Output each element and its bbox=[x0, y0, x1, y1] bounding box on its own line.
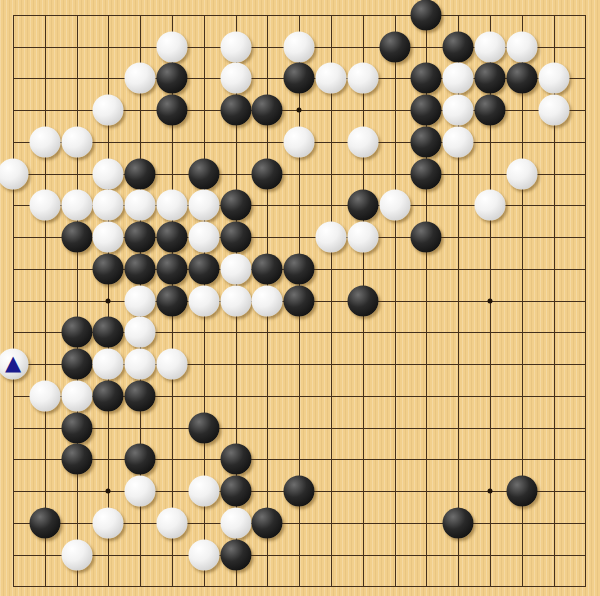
white-stone-glyph: ○ bbox=[191, 190, 217, 220]
white-stone-glyph: ○ bbox=[350, 127, 376, 157]
white-stone[interactable]: ○ bbox=[538, 95, 569, 126]
black-stone[interactable]: ● bbox=[220, 539, 251, 570]
white-stone-glyph: ○ bbox=[32, 381, 58, 411]
black-stone-glyph: ● bbox=[477, 95, 503, 125]
white-stone[interactable]: ○ bbox=[443, 63, 474, 94]
white-stone-glyph: ○ bbox=[286, 127, 312, 157]
white-stone[interactable]: ○ bbox=[220, 285, 251, 316]
black-stone[interactable]: ● bbox=[220, 95, 251, 126]
white-stone-glyph: ○ bbox=[32, 127, 58, 157]
black-stone-glyph: ● bbox=[32, 508, 58, 538]
black-stone-glyph: ● bbox=[159, 254, 185, 284]
white-stone-glyph: ○ bbox=[318, 63, 344, 93]
white-stone-glyph: ○ bbox=[64, 381, 90, 411]
black-stone[interactable]: ● bbox=[157, 95, 188, 126]
black-stone[interactable]: ● bbox=[157, 253, 188, 284]
black-stone-glyph: ● bbox=[223, 476, 249, 506]
white-stone[interactable]: ○ bbox=[157, 507, 188, 538]
white-stone[interactable]: ○ bbox=[506, 158, 537, 189]
black-stone[interactable]: ● bbox=[475, 63, 506, 94]
white-stone[interactable]: ○ bbox=[379, 190, 410, 221]
black-stone-glyph: ● bbox=[191, 413, 217, 443]
black-stone[interactable]: ● bbox=[252, 507, 283, 538]
black-stone-glyph: ● bbox=[223, 444, 249, 474]
black-stone[interactable]: ● bbox=[188, 253, 219, 284]
white-stone[interactable]: ○ bbox=[188, 285, 219, 316]
black-stone[interactable]: ● bbox=[220, 444, 251, 475]
black-stone[interactable]: ● bbox=[475, 95, 506, 126]
black-stone-glyph: ● bbox=[445, 508, 471, 538]
black-stone[interactable]: ● bbox=[220, 222, 251, 253]
black-stone[interactable]: ● bbox=[252, 158, 283, 189]
black-stone[interactable]: ● bbox=[157, 285, 188, 316]
black-stone-glyph: ● bbox=[413, 63, 439, 93]
white-stone[interactable]: ○ bbox=[188, 222, 219, 253]
black-stone-glyph: ● bbox=[95, 381, 121, 411]
white-stone-glyph: ○ bbox=[127, 476, 153, 506]
white-stone[interactable]: ○ bbox=[29, 190, 60, 221]
white-stone[interactable]: ○ bbox=[220, 63, 251, 94]
white-stone-glyph: ○ bbox=[127, 317, 153, 347]
black-stone[interactable]: ● bbox=[220, 190, 251, 221]
white-stone[interactable]: ○ bbox=[188, 476, 219, 507]
white-stone-glyph: ○ bbox=[0, 349, 26, 379]
black-stone[interactable]: ● bbox=[157, 222, 188, 253]
white-stone[interactable]: ○ bbox=[93, 190, 124, 221]
white-stone-glyph: ○ bbox=[254, 286, 280, 316]
black-stone[interactable]: ● bbox=[411, 158, 442, 189]
black-stone-glyph: ● bbox=[413, 95, 439, 125]
black-stone-glyph: ● bbox=[350, 190, 376, 220]
white-stone-glyph: ○ bbox=[127, 63, 153, 93]
star-point bbox=[488, 489, 493, 494]
white-stone-glyph: ○ bbox=[127, 190, 153, 220]
black-stone[interactable]: ● bbox=[125, 380, 156, 411]
white-stone-glyph: ○ bbox=[191, 540, 217, 570]
white-stone-glyph: ○ bbox=[191, 222, 217, 252]
white-stone-glyph: ○ bbox=[191, 286, 217, 316]
white-stone-glyph: ○ bbox=[95, 508, 121, 538]
white-stone[interactable]: ○ bbox=[125, 285, 156, 316]
white-stone[interactable]: ○ bbox=[157, 31, 188, 62]
black-stone[interactable]: ● bbox=[252, 95, 283, 126]
white-stone[interactable]: ○ bbox=[93, 222, 124, 253]
white-stone[interactable]: ○ bbox=[284, 126, 315, 157]
go-board: ●○○○●●○○○●○●○○●○●●○○●●●●○●○○○○○●○○○●●●●○… bbox=[0, 0, 600, 596]
white-stone[interactable]: ○ bbox=[61, 539, 92, 570]
white-stone-glyph: ○ bbox=[445, 63, 471, 93]
black-stone[interactable]: ● bbox=[347, 190, 378, 221]
grid-line-horizontal bbox=[13, 15, 586, 16]
grid-line-horizontal bbox=[13, 586, 586, 587]
star-point bbox=[297, 108, 302, 113]
white-stone[interactable]: ○ bbox=[316, 63, 347, 94]
black-stone-glyph: ● bbox=[413, 127, 439, 157]
white-stone-glyph: ○ bbox=[0, 159, 26, 189]
white-stone[interactable]: ○ bbox=[125, 317, 156, 348]
black-stone[interactable]: ● bbox=[61, 444, 92, 475]
black-stone[interactable]: ● bbox=[411, 126, 442, 157]
black-stone-glyph: ● bbox=[223, 95, 249, 125]
black-stone[interactable]: ● bbox=[411, 95, 442, 126]
black-stone[interactable]: ● bbox=[125, 222, 156, 253]
black-stone-glyph: ● bbox=[223, 222, 249, 252]
white-stone-glyph: ○ bbox=[445, 127, 471, 157]
white-stone[interactable]: ○ bbox=[188, 190, 219, 221]
black-stone-glyph: ● bbox=[286, 254, 312, 284]
black-stone-glyph: ● bbox=[477, 63, 503, 93]
black-stone-glyph: ● bbox=[286, 476, 312, 506]
white-stone[interactable]: ○ bbox=[347, 126, 378, 157]
black-stone-glyph: ● bbox=[509, 476, 535, 506]
white-stone[interactable]: ○ bbox=[316, 222, 347, 253]
white-stone-glyph: ○ bbox=[95, 159, 121, 189]
black-stone-glyph: ● bbox=[223, 540, 249, 570]
black-stone-glyph: ● bbox=[127, 159, 153, 189]
black-stone[interactable]: ● bbox=[61, 412, 92, 443]
white-stone[interactable]: ○ bbox=[538, 63, 569, 94]
white-stone-glyph: ○ bbox=[541, 95, 567, 125]
black-stone[interactable]: ● bbox=[188, 158, 219, 189]
white-stone[interactable]: ○ bbox=[0, 349, 29, 380]
white-stone[interactable]: ○ bbox=[125, 349, 156, 380]
black-stone[interactable]: ● bbox=[29, 507, 60, 538]
black-stone-glyph: ● bbox=[64, 222, 90, 252]
black-stone[interactable]: ● bbox=[284, 253, 315, 284]
white-stone-glyph: ○ bbox=[223, 32, 249, 62]
black-stone[interactable]: ● bbox=[443, 31, 474, 62]
black-stone-glyph: ● bbox=[413, 222, 439, 252]
white-stone-glyph: ○ bbox=[95, 222, 121, 252]
white-stone-glyph: ○ bbox=[318, 222, 344, 252]
black-stone[interactable]: ● bbox=[220, 476, 251, 507]
white-stone-glyph: ○ bbox=[223, 286, 249, 316]
white-stone-glyph: ○ bbox=[64, 190, 90, 220]
black-stone-glyph: ● bbox=[413, 0, 439, 30]
white-stone[interactable]: ○ bbox=[93, 95, 124, 126]
white-stone-glyph: ○ bbox=[64, 127, 90, 157]
white-stone-glyph: ○ bbox=[477, 190, 503, 220]
white-stone[interactable]: ○ bbox=[475, 31, 506, 62]
white-stone-glyph: ○ bbox=[350, 222, 376, 252]
black-stone-glyph: ● bbox=[159, 222, 185, 252]
white-stone-glyph: ○ bbox=[95, 190, 121, 220]
star-point bbox=[488, 298, 493, 303]
black-stone[interactable]: ● bbox=[61, 317, 92, 348]
black-stone[interactable]: ● bbox=[125, 444, 156, 475]
black-stone-glyph: ● bbox=[95, 317, 121, 347]
white-stone-glyph: ○ bbox=[509, 32, 535, 62]
black-stone[interactable]: ● bbox=[379, 31, 410, 62]
black-stone[interactable]: ● bbox=[506, 476, 537, 507]
white-stone[interactable]: ○ bbox=[443, 95, 474, 126]
white-stone-glyph: ○ bbox=[127, 349, 153, 379]
black-stone-glyph: ● bbox=[382, 32, 408, 62]
black-stone[interactable]: ● bbox=[61, 349, 92, 380]
black-stone-glyph: ● bbox=[64, 317, 90, 347]
black-stone[interactable]: ● bbox=[411, 222, 442, 253]
black-stone-glyph: ● bbox=[223, 190, 249, 220]
white-stone-glyph: ○ bbox=[223, 254, 249, 284]
white-stone[interactable]: ○ bbox=[93, 158, 124, 189]
black-stone[interactable]: ● bbox=[284, 476, 315, 507]
black-stone[interactable]: ● bbox=[188, 412, 219, 443]
black-stone-glyph: ● bbox=[286, 286, 312, 316]
white-stone[interactable]: ○ bbox=[347, 222, 378, 253]
black-stone[interactable]: ● bbox=[284, 285, 315, 316]
white-stone-glyph: ○ bbox=[95, 349, 121, 379]
white-stone[interactable]: ○ bbox=[220, 31, 251, 62]
black-stone-glyph: ● bbox=[159, 286, 185, 316]
white-stone-glyph: ○ bbox=[159, 190, 185, 220]
black-stone-glyph: ● bbox=[509, 63, 535, 93]
white-stone-glyph: ○ bbox=[541, 63, 567, 93]
black-stone[interactable]: ● bbox=[284, 63, 315, 94]
white-stone-glyph: ○ bbox=[32, 190, 58, 220]
black-stone-glyph: ● bbox=[64, 349, 90, 379]
black-stone-glyph: ● bbox=[95, 254, 121, 284]
grid-line-horizontal bbox=[13, 428, 586, 429]
white-stone[interactable]: ○ bbox=[0, 158, 29, 189]
black-stone[interactable]: ● bbox=[443, 507, 474, 538]
white-stone[interactable]: ○ bbox=[475, 190, 506, 221]
black-stone-glyph: ● bbox=[254, 254, 280, 284]
white-stone-glyph: ○ bbox=[382, 190, 408, 220]
white-stone[interactable]: ○ bbox=[157, 190, 188, 221]
white-stone[interactable]: ○ bbox=[61, 380, 92, 411]
star-point bbox=[106, 489, 111, 494]
white-stone-glyph: ○ bbox=[445, 95, 471, 125]
black-stone-glyph: ● bbox=[254, 95, 280, 125]
white-stone-glyph: ○ bbox=[509, 159, 535, 189]
white-stone[interactable]: ○ bbox=[220, 507, 251, 538]
grid-line-horizontal bbox=[13, 555, 586, 556]
black-stone-glyph: ● bbox=[159, 63, 185, 93]
black-stone-glyph: ● bbox=[159, 95, 185, 125]
black-stone-glyph: ● bbox=[127, 254, 153, 284]
black-stone-glyph: ● bbox=[127, 381, 153, 411]
white-stone[interactable]: ○ bbox=[220, 253, 251, 284]
white-stone[interactable]: ○ bbox=[347, 63, 378, 94]
black-stone-glyph: ● bbox=[191, 254, 217, 284]
black-stone-glyph: ● bbox=[254, 508, 280, 538]
white-stone[interactable]: ○ bbox=[93, 349, 124, 380]
black-stone[interactable]: ● bbox=[252, 253, 283, 284]
white-stone[interactable]: ○ bbox=[125, 476, 156, 507]
white-stone[interactable]: ○ bbox=[61, 190, 92, 221]
white-stone[interactable]: ○ bbox=[61, 126, 92, 157]
white-stone-glyph: ○ bbox=[191, 476, 217, 506]
star-point bbox=[106, 298, 111, 303]
white-stone-glyph: ○ bbox=[159, 349, 185, 379]
white-stone[interactable]: ○ bbox=[284, 31, 315, 62]
white-stone-glyph: ○ bbox=[159, 508, 185, 538]
black-stone[interactable]: ● bbox=[93, 317, 124, 348]
white-stone-glyph: ○ bbox=[95, 95, 121, 125]
black-stone-glyph: ● bbox=[127, 222, 153, 252]
black-stone[interactable]: ● bbox=[347, 285, 378, 316]
grid-line-horizontal bbox=[13, 459, 586, 460]
white-stone[interactable]: ○ bbox=[93, 507, 124, 538]
black-stone-glyph: ● bbox=[254, 159, 280, 189]
black-stone-glyph: ● bbox=[413, 159, 439, 189]
black-stone-glyph: ● bbox=[191, 159, 217, 189]
black-stone[interactable]: ● bbox=[61, 222, 92, 253]
white-stone-glyph: ○ bbox=[477, 32, 503, 62]
white-stone[interactable]: ○ bbox=[443, 126, 474, 157]
white-stone[interactable]: ○ bbox=[188, 539, 219, 570]
white-stone[interactable]: ○ bbox=[125, 190, 156, 221]
black-stone[interactable]: ● bbox=[125, 253, 156, 284]
black-stone-glyph: ● bbox=[350, 286, 376, 316]
black-stone-glyph: ● bbox=[445, 32, 471, 62]
white-stone-glyph: ○ bbox=[127, 286, 153, 316]
white-stone-glyph: ○ bbox=[223, 508, 249, 538]
black-stone[interactable]: ● bbox=[93, 253, 124, 284]
white-stone-glyph: ○ bbox=[159, 32, 185, 62]
white-stone[interactable]: ○ bbox=[506, 31, 537, 62]
black-stone[interactable]: ● bbox=[93, 380, 124, 411]
black-stone[interactable]: ● bbox=[157, 63, 188, 94]
black-stone-glyph: ● bbox=[286, 63, 312, 93]
white-stone[interactable]: ○ bbox=[29, 380, 60, 411]
white-stone-glyph: ○ bbox=[64, 540, 90, 570]
black-stone-glyph: ● bbox=[64, 413, 90, 443]
white-stone-glyph: ○ bbox=[286, 32, 312, 62]
white-stone[interactable]: ○ bbox=[125, 63, 156, 94]
white-stone[interactable]: ○ bbox=[252, 285, 283, 316]
black-stone[interactable]: ● bbox=[506, 63, 537, 94]
black-stone-glyph: ● bbox=[127, 444, 153, 474]
black-stone[interactable]: ● bbox=[411, 63, 442, 94]
white-stone-glyph: ○ bbox=[223, 63, 249, 93]
black-stone-glyph: ● bbox=[64, 444, 90, 474]
white-stone-glyph: ○ bbox=[350, 63, 376, 93]
white-stone[interactable]: ○ bbox=[29, 126, 60, 157]
black-stone[interactable]: ● bbox=[411, 0, 442, 31]
black-stone[interactable]: ● bbox=[125, 158, 156, 189]
white-stone[interactable]: ○ bbox=[157, 349, 188, 380]
